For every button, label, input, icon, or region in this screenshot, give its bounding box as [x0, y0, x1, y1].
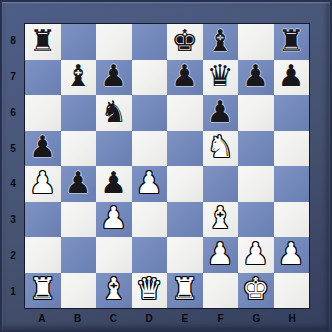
piece-white-pawn[interactable]: ♟: [136, 168, 163, 198]
piece-white-king[interactable]: ♚: [242, 274, 269, 304]
file-labels: ABCDEFGH: [24, 308, 310, 328]
square-d7[interactable]: [132, 60, 168, 96]
square-e2[interactable]: [167, 237, 203, 273]
rank-label-6: 6: [3, 95, 23, 131]
rank-labels: 87654321: [3, 23, 23, 309]
square-e8[interactable]: ♚: [167, 24, 203, 60]
square-b7[interactable]: ♝: [61, 60, 97, 96]
square-h6[interactable]: [274, 95, 310, 131]
piece-black-pawn[interactable]: ♟: [278, 61, 305, 91]
square-a5[interactable]: ♟: [25, 131, 61, 167]
square-d3[interactable]: [132, 202, 168, 238]
piece-white-rook[interactable]: ♜: [29, 274, 56, 304]
piece-black-pawn[interactable]: ♟: [65, 168, 92, 198]
piece-black-pawn[interactable]: ♟: [29, 132, 56, 162]
piece-white-rook[interactable]: ♜: [171, 274, 198, 304]
square-e1[interactable]: ♜: [167, 273, 203, 309]
square-d8[interactable]: [132, 24, 168, 60]
square-g3[interactable]: [238, 202, 274, 238]
square-e7[interactable]: ♟: [167, 60, 203, 96]
square-d4[interactable]: ♟: [132, 166, 168, 202]
file-label-h: H: [274, 308, 310, 328]
square-f3[interactable]: ♝: [203, 202, 239, 238]
piece-white-bishop[interactable]: ♝: [100, 274, 127, 304]
rank-label-1: 1: [3, 273, 23, 309]
piece-black-pawn[interactable]: ♟: [100, 168, 127, 198]
piece-white-bishop[interactable]: ♝: [207, 203, 234, 233]
file-label-d: D: [131, 308, 167, 328]
square-f1[interactable]: [203, 273, 239, 309]
board-frame: 87654321 ♜♚♝♜♝♟♟♛♟♟♞♟♟♞♟♟♟♟♟♝♟♟♟♜♝♛♜♚ AB…: [0, 0, 332, 332]
file-label-f: F: [203, 308, 239, 328]
square-h7[interactable]: ♟: [274, 60, 310, 96]
file-label-a: A: [24, 308, 60, 328]
piece-white-pawn[interactable]: ♟: [207, 239, 234, 269]
square-c5[interactable]: [96, 131, 132, 167]
rank-label-4: 4: [3, 166, 23, 202]
square-e3[interactable]: [167, 202, 203, 238]
square-f8[interactable]: ♝: [203, 24, 239, 60]
piece-black-queen[interactable]: ♛: [207, 61, 234, 91]
square-a6[interactable]: [25, 95, 61, 131]
file-label-c: C: [96, 308, 132, 328]
square-g4[interactable]: [238, 166, 274, 202]
square-g8[interactable]: [238, 24, 274, 60]
square-b3[interactable]: [61, 202, 97, 238]
square-f2[interactable]: ♟: [203, 237, 239, 273]
square-a7[interactable]: [25, 60, 61, 96]
rank-label-5: 5: [3, 130, 23, 166]
square-d2[interactable]: [132, 237, 168, 273]
square-d1[interactable]: ♛: [132, 273, 168, 309]
square-h8[interactable]: ♜: [274, 24, 310, 60]
rank-label-7: 7: [3, 59, 23, 95]
piece-black-bishop[interactable]: ♝: [65, 61, 92, 91]
square-b1[interactable]: [61, 273, 97, 309]
square-e4[interactable]: [167, 166, 203, 202]
square-e6[interactable]: [167, 95, 203, 131]
square-c7[interactable]: ♟: [96, 60, 132, 96]
piece-white-pawn[interactable]: ♟: [242, 239, 269, 269]
square-a4[interactable]: ♟: [25, 166, 61, 202]
square-a3[interactable]: [25, 202, 61, 238]
square-g2[interactable]: ♟: [238, 237, 274, 273]
rank-label-2: 2: [3, 238, 23, 274]
chess-board: ♜♚♝♜♝♟♟♛♟♟♞♟♟♞♟♟♟♟♟♝♟♟♟♜♝♛♜♚: [24, 23, 310, 309]
square-c4[interactable]: ♟: [96, 166, 132, 202]
square-g7[interactable]: ♟: [238, 60, 274, 96]
file-label-b: B: [60, 308, 96, 328]
file-label-e: E: [167, 308, 203, 328]
square-f5[interactable]: ♞: [203, 131, 239, 167]
square-f4[interactable]: [203, 166, 239, 202]
square-g1[interactable]: ♚: [238, 273, 274, 309]
square-d6[interactable]: [132, 95, 168, 131]
square-b5[interactable]: [61, 131, 97, 167]
square-g6[interactable]: [238, 95, 274, 131]
piece-white-queen[interactable]: ♛: [136, 274, 163, 304]
square-f7[interactable]: ♛: [203, 60, 239, 96]
square-g5[interactable]: [238, 131, 274, 167]
piece-white-pawn[interactable]: ♟: [29, 168, 56, 198]
square-a2[interactable]: [25, 237, 61, 273]
square-c2[interactable]: [96, 237, 132, 273]
piece-black-rook[interactable]: ♜: [278, 26, 305, 56]
square-b4[interactable]: ♟: [61, 166, 97, 202]
square-c8[interactable]: [96, 24, 132, 60]
rank-label-3: 3: [3, 202, 23, 238]
square-h1[interactable]: [274, 273, 310, 309]
piece-black-bishop[interactable]: ♝: [207, 26, 234, 56]
square-h2[interactable]: ♟: [274, 237, 310, 273]
piece-black-rook[interactable]: ♜: [29, 26, 56, 56]
piece-black-pawn[interactable]: ♟: [242, 61, 269, 91]
square-f6[interactable]: ♟: [203, 95, 239, 131]
square-c3[interactable]: ♟: [96, 202, 132, 238]
piece-black-knight[interactable]: ♞: [100, 97, 127, 127]
square-a1[interactable]: ♜: [25, 273, 61, 309]
piece-white-pawn[interactable]: ♟: [278, 239, 305, 269]
file-label-g: G: [239, 308, 275, 328]
square-a8[interactable]: ♜: [25, 24, 61, 60]
square-c1[interactable]: ♝: [96, 273, 132, 309]
piece-white-pawn[interactable]: ♟: [100, 203, 127, 233]
rank-label-8: 8: [3, 23, 23, 59]
square-c6[interactable]: ♞: [96, 95, 132, 131]
square-b2[interactable]: [61, 237, 97, 273]
square-h5[interactable]: [274, 131, 310, 167]
piece-black-king[interactable]: ♚: [171, 26, 198, 56]
square-b8[interactable]: [61, 24, 97, 60]
piece-black-pawn[interactable]: ♟: [171, 61, 198, 91]
square-h4[interactable]: [274, 166, 310, 202]
piece-black-pawn[interactable]: ♟: [207, 97, 234, 127]
square-e5[interactable]: [167, 131, 203, 167]
square-h3[interactable]: [274, 202, 310, 238]
piece-white-knight[interactable]: ♞: [207, 132, 234, 162]
square-d5[interactable]: [132, 131, 168, 167]
piece-black-pawn[interactable]: ♟: [100, 61, 127, 91]
square-b6[interactable]: [61, 95, 97, 131]
